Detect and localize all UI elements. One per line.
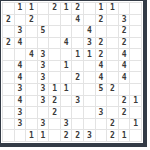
grid-cell[interactable]: 2 <box>49 3 60 14</box>
grid-cell[interactable]: 1 <box>96 3 107 14</box>
grid-cell[interactable]: 1 <box>107 3 118 14</box>
grid-cell[interactable] <box>130 107 141 118</box>
grid-cell[interactable] <box>3 26 14 37</box>
grid-cell[interactable] <box>61 72 72 83</box>
grid-cell[interactable] <box>26 96 37 107</box>
grid-cell[interactable] <box>3 72 14 83</box>
grid-cell[interactable]: 3 <box>38 84 49 95</box>
grid-cell[interactable]: 2 <box>72 72 83 83</box>
grid-cell[interactable]: 2 <box>96 38 107 49</box>
grid-cell[interactable] <box>49 61 60 72</box>
grid-cell[interactable]: 2 <box>72 3 83 14</box>
grid-cell[interactable] <box>130 49 141 60</box>
grid-cell[interactable]: 1 <box>26 3 37 14</box>
grid-cell[interactable] <box>38 38 49 49</box>
grid-cell[interactable] <box>49 26 60 37</box>
grid-cell[interactable] <box>72 38 83 49</box>
grid-cell[interactable] <box>84 3 95 14</box>
grid-cell[interactable] <box>26 107 37 118</box>
grid-cell[interactable] <box>26 72 37 83</box>
grid-cell[interactable]: 2 <box>96 15 107 26</box>
grid-cell[interactable]: 3 <box>15 26 26 37</box>
grid-cell[interactable] <box>84 84 95 95</box>
grid-cell[interactable]: 4 <box>119 72 130 83</box>
grid-cell[interactable] <box>96 26 107 37</box>
grid-cell[interactable] <box>49 49 60 60</box>
grid-cell[interactable] <box>72 107 83 118</box>
grid-cell[interactable]: 3 <box>61 119 72 130</box>
grid-cell[interactable]: 4 <box>119 49 130 60</box>
grid-cell[interactable]: 1 <box>38 130 49 141</box>
grid-cell[interactable]: 2 <box>26 15 37 26</box>
grid-cell[interactable] <box>84 107 95 118</box>
grid-cell[interactable] <box>84 15 95 26</box>
grid-cell[interactable] <box>119 3 130 14</box>
grid-cell[interactable]: 3 <box>38 61 49 72</box>
grid-cell[interactable] <box>3 107 14 118</box>
grid-cell[interactable]: 2 <box>61 130 72 141</box>
grid-cell[interactable] <box>3 49 14 60</box>
grid-cell[interactable]: 4 <box>15 72 26 83</box>
grid-cell[interactable] <box>84 96 95 107</box>
grid-cell[interactable] <box>130 130 141 141</box>
grid-cell[interactable]: 4 <box>119 61 130 72</box>
grid-cell[interactable]: 1 <box>61 84 72 95</box>
grid-cell[interactable] <box>49 72 60 83</box>
grid-cell[interactable] <box>61 49 72 60</box>
grid-cell[interactable] <box>38 3 49 14</box>
grid-cell[interactable]: 2 <box>3 38 14 49</box>
grid-cell[interactable] <box>72 119 83 130</box>
grid-cell[interactable]: 4 <box>84 26 95 37</box>
grid-cell[interactable] <box>3 130 14 141</box>
grid-cell[interactable] <box>72 61 83 72</box>
grid-cell[interactable] <box>38 107 49 118</box>
grid-cell[interactable]: 2 <box>49 96 60 107</box>
grid-cell[interactable] <box>130 72 141 83</box>
grid-cell[interactable] <box>96 96 107 107</box>
grid-cell[interactable] <box>130 61 141 72</box>
grid-cell[interactable]: 1 <box>15 3 26 14</box>
grid-cell[interactable]: 3 <box>15 84 26 95</box>
grid-cell[interactable]: 1 <box>119 130 130 141</box>
grid-cell[interactable] <box>61 107 72 118</box>
grid-cell[interactable]: 2 <box>72 130 83 141</box>
grid-cell[interactable] <box>107 15 118 26</box>
grid-cell[interactable] <box>107 26 118 37</box>
grid-cell[interactable] <box>96 119 107 130</box>
grid-cell[interactable] <box>15 49 26 60</box>
grid-cell[interactable]: 5 <box>38 26 49 37</box>
grid-cell[interactable] <box>107 61 118 72</box>
grid-cell[interactable] <box>119 84 130 95</box>
grid-cell[interactable] <box>26 119 37 130</box>
grid-cell[interactable] <box>130 84 141 95</box>
grid-cell[interactable]: 1 <box>49 84 60 95</box>
grid-cell[interactable] <box>119 119 130 130</box>
grid-cell[interactable] <box>96 130 107 141</box>
grid-cell[interactable] <box>26 61 37 72</box>
grid-cell[interactable] <box>84 72 95 83</box>
grid-cell[interactable] <box>49 130 60 141</box>
grid-cell[interactable]: 3 <box>119 15 130 26</box>
grid-cell[interactable]: 2 <box>3 15 14 26</box>
grid-cell[interactable] <box>3 96 14 107</box>
grid-cell[interactable] <box>26 84 37 95</box>
grid-cell[interactable] <box>61 26 72 37</box>
grid-cell[interactable]: 4 <box>96 61 107 72</box>
grid-cell[interactable] <box>15 15 26 26</box>
grid-cell[interactable]: 2 <box>119 107 130 118</box>
grid-cell[interactable]: 3 <box>15 119 26 130</box>
grid-cell[interactable]: 2 <box>107 130 118 141</box>
puzzle-board: 1121211224233542244322431124431444324433… <box>0 0 147 147</box>
grid-cell[interactable]: 1 <box>130 96 141 107</box>
grid-cell[interactable]: 3 <box>38 119 49 130</box>
grid-cell[interactable]: 1 <box>61 3 72 14</box>
grid-cell[interactable]: 1 <box>72 49 83 60</box>
grid-cell[interactable] <box>49 15 60 26</box>
grid-cell[interactable] <box>26 26 37 37</box>
grid-cell[interactable]: 2 <box>96 49 107 60</box>
grid-cell[interactable] <box>130 15 141 26</box>
grid-cell[interactable]: 4 <box>15 96 26 107</box>
grid-cell[interactable] <box>3 119 14 130</box>
grid-cell[interactable]: 1 <box>130 119 141 130</box>
grid-cell[interactable]: 5 <box>96 84 107 95</box>
grid-cell[interactable] <box>61 96 72 107</box>
grid-cell[interactable]: 4 <box>61 38 72 49</box>
grid-cell[interactable] <box>107 49 118 60</box>
grid-cell[interactable]: 1 <box>26 130 37 141</box>
grid-cell[interactable]: 4 <box>96 72 107 83</box>
puzzle-grid: 1121211224233542244322431124431444324433… <box>2 2 142 142</box>
grid-cell[interactable] <box>72 26 83 37</box>
grid-cell[interactable]: 3 <box>15 107 26 118</box>
grid-cell[interactable] <box>84 119 95 130</box>
grid-cell[interactable]: 3 <box>84 130 95 141</box>
grid-cell[interactable]: 2 <box>107 119 118 130</box>
grid-cell[interactable] <box>49 38 60 49</box>
grid-cell[interactable] <box>107 72 118 83</box>
grid-cell[interactable]: 4 <box>72 15 83 26</box>
grid-cell[interactable]: 3 <box>38 96 49 107</box>
grid-cell[interactable] <box>107 107 118 118</box>
grid-cell[interactable] <box>84 61 95 72</box>
grid-cell[interactable] <box>72 84 83 95</box>
grid-cell[interactable] <box>130 26 141 37</box>
grid-cell[interactable]: 2 <box>119 26 130 37</box>
grid-cell[interactable] <box>3 61 14 72</box>
grid-cell[interactable] <box>49 119 60 130</box>
grid-cell[interactable] <box>3 3 14 14</box>
grid-cell[interactable]: 2 <box>119 96 130 107</box>
grid-cell[interactable] <box>15 130 26 141</box>
grid-cell[interactable]: 3 <box>38 49 49 60</box>
grid-cell[interactable] <box>38 15 49 26</box>
grid-cell[interactable]: 3 <box>84 38 95 49</box>
grid-cell[interactable]: 3 <box>72 96 83 107</box>
grid-cell[interactable]: 4 <box>26 49 37 60</box>
grid-cell[interactable]: 4 <box>15 61 26 72</box>
grid-cell[interactable] <box>107 38 118 49</box>
grid-cell[interactable]: 3 <box>96 107 107 118</box>
grid-cell[interactable]: 2 <box>119 38 130 49</box>
grid-cell[interactable]: 4 <box>15 38 26 49</box>
grid-cell[interactable] <box>107 96 118 107</box>
grid-cell[interactable]: 1 <box>61 61 72 72</box>
grid-cell[interactable] <box>3 84 14 95</box>
grid-cell[interactable]: 2 <box>49 107 60 118</box>
grid-cell[interactable]: 3 <box>38 72 49 83</box>
grid-cell[interactable]: 1 <box>84 49 95 60</box>
grid-cell[interactable] <box>130 3 141 14</box>
grid-cell[interactable] <box>26 38 37 49</box>
grid-cell[interactable] <box>130 38 141 49</box>
grid-cell[interactable]: 2 <box>107 84 118 95</box>
grid-cell[interactable] <box>61 15 72 26</box>
